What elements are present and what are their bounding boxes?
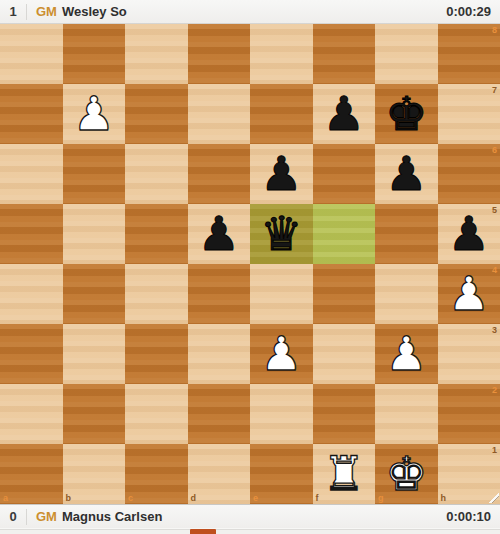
square-g8[interactable] — [375, 24, 438, 84]
piece-white-pawn[interactable]: ♟ — [375, 324, 438, 384]
square-a2[interactable] — [0, 384, 63, 444]
square-c3[interactable] — [125, 324, 188, 384]
square-c4[interactable] — [125, 264, 188, 324]
square-c2[interactable] — [125, 384, 188, 444]
square-e4[interactable] — [250, 264, 313, 324]
bottom-strip — [0, 529, 500, 534]
square-g5[interactable] — [375, 204, 438, 264]
square-h6[interactable]: 6 — [438, 144, 500, 204]
square-f6[interactable] — [313, 144, 376, 204]
square-f3[interactable] — [313, 324, 376, 384]
rank-label-6: 6 — [492, 145, 497, 155]
square-f1[interactable]: f♜ — [313, 444, 376, 504]
square-f4[interactable] — [313, 264, 376, 324]
square-e7[interactable] — [250, 84, 313, 144]
square-d6[interactable] — [188, 144, 251, 204]
square-f8[interactable] — [313, 24, 376, 84]
rank-label-3: 3 — [492, 325, 497, 335]
top-player-title: GM — [36, 4, 57, 19]
square-c8[interactable] — [125, 24, 188, 84]
bar-divider — [26, 4, 27, 20]
square-a3[interactable] — [0, 324, 63, 384]
square-h2[interactable]: 2 — [438, 384, 500, 444]
rank-label-1: 1 — [492, 445, 497, 455]
square-d1[interactable]: d — [188, 444, 251, 504]
top-player-score: 1 — [0, 4, 26, 19]
file-label-d: d — [191, 493, 197, 503]
bottom-player-name: Magnus Carlsen — [62, 509, 162, 524]
square-f7[interactable]: ♟ — [313, 84, 376, 144]
square-h3[interactable]: 3 — [438, 324, 500, 384]
file-label-h: h — [441, 493, 447, 503]
square-b1[interactable]: b — [63, 444, 126, 504]
square-b6[interactable] — [63, 144, 126, 204]
piece-black-pawn[interactable]: ♟ — [313, 84, 376, 144]
square-c6[interactable] — [125, 144, 188, 204]
square-d3[interactable] — [188, 324, 251, 384]
square-c1[interactable]: c — [125, 444, 188, 504]
piece-black-king[interactable]: ♚ — [375, 84, 438, 144]
square-g2[interactable] — [375, 384, 438, 444]
square-g7[interactable]: ♚ — [375, 84, 438, 144]
square-e5[interactable]: ♛ — [250, 204, 313, 264]
square-d8[interactable] — [188, 24, 251, 84]
top-player-clock: 0:00:29 — [446, 4, 500, 19]
square-h1[interactable]: 1h — [438, 444, 500, 504]
square-h4[interactable]: 4♟ — [438, 264, 500, 324]
file-label-a: a — [3, 493, 8, 503]
square-b5[interactable] — [63, 204, 126, 264]
square-f2[interactable] — [313, 384, 376, 444]
piece-white-rook[interactable]: ♜ — [313, 444, 376, 504]
orange-accent-partial — [190, 529, 216, 534]
square-a8[interactable] — [0, 24, 63, 84]
square-e6[interactable]: ♟ — [250, 144, 313, 204]
piece-white-king[interactable]: ♚ — [375, 444, 438, 504]
top-player-name: Wesley So — [62, 4, 127, 19]
rank-label-7: 7 — [492, 85, 497, 95]
square-g4[interactable] — [375, 264, 438, 324]
chess-board[interactable]: 8♟♟♚7♟♟6♟♛5♟4♟♟♟32abcdef♜g♚1h — [0, 24, 500, 504]
top-player-bar: 1 GM Wesley So 0:00:29 — [0, 0, 500, 24]
square-a4[interactable] — [0, 264, 63, 324]
square-a6[interactable] — [0, 144, 63, 204]
square-h5[interactable]: 5♟ — [438, 204, 500, 264]
square-b8[interactable] — [63, 24, 126, 84]
file-label-b: b — [66, 493, 72, 503]
file-label-c: c — [128, 493, 133, 503]
square-a7[interactable] — [0, 84, 63, 144]
square-d7[interactable] — [188, 84, 251, 144]
bar-divider — [26, 509, 27, 525]
square-d5[interactable]: ♟ — [188, 204, 251, 264]
piece-black-pawn[interactable]: ♟ — [438, 204, 500, 264]
piece-white-pawn[interactable]: ♟ — [250, 324, 313, 384]
square-c7[interactable] — [125, 84, 188, 144]
rank-label-2: 2 — [492, 385, 497, 395]
square-e2[interactable] — [250, 384, 313, 444]
square-g3[interactable]: ♟ — [375, 324, 438, 384]
square-f5[interactable] — [313, 204, 376, 264]
bottom-player-title: GM — [36, 509, 57, 524]
piece-black-queen[interactable]: ♛ — [250, 204, 313, 264]
square-d2[interactable] — [188, 384, 251, 444]
square-h7[interactable]: 7 — [438, 84, 500, 144]
square-b3[interactable] — [63, 324, 126, 384]
piece-white-pawn[interactable]: ♟ — [438, 264, 500, 324]
square-g1[interactable]: g♚ — [375, 444, 438, 504]
piece-white-pawn[interactable]: ♟ — [63, 84, 126, 144]
file-label-e: e — [253, 493, 258, 503]
square-b4[interactable] — [63, 264, 126, 324]
square-g6[interactable]: ♟ — [375, 144, 438, 204]
square-a5[interactable] — [0, 204, 63, 264]
square-b2[interactable] — [63, 384, 126, 444]
square-h8[interactable]: 8 — [438, 24, 500, 84]
piece-black-pawn[interactable]: ♟ — [375, 144, 438, 204]
square-b7[interactable]: ♟ — [63, 84, 126, 144]
piece-black-pawn[interactable]: ♟ — [188, 204, 251, 264]
square-c5[interactable] — [125, 204, 188, 264]
square-e3[interactable]: ♟ — [250, 324, 313, 384]
square-e8[interactable] — [250, 24, 313, 84]
bottom-player-bar: 0 GM Magnus Carlsen 0:00:10 — [0, 504, 500, 528]
bottom-player-clock: 0:00:10 — [446, 509, 500, 524]
square-a1[interactable]: a — [0, 444, 63, 504]
square-e1[interactable]: e — [250, 444, 313, 504]
piece-black-pawn[interactable]: ♟ — [250, 144, 313, 204]
rank-label-8: 8 — [492, 25, 497, 35]
bottom-player-score: 0 — [0, 509, 26, 524]
square-d4[interactable] — [188, 264, 251, 324]
